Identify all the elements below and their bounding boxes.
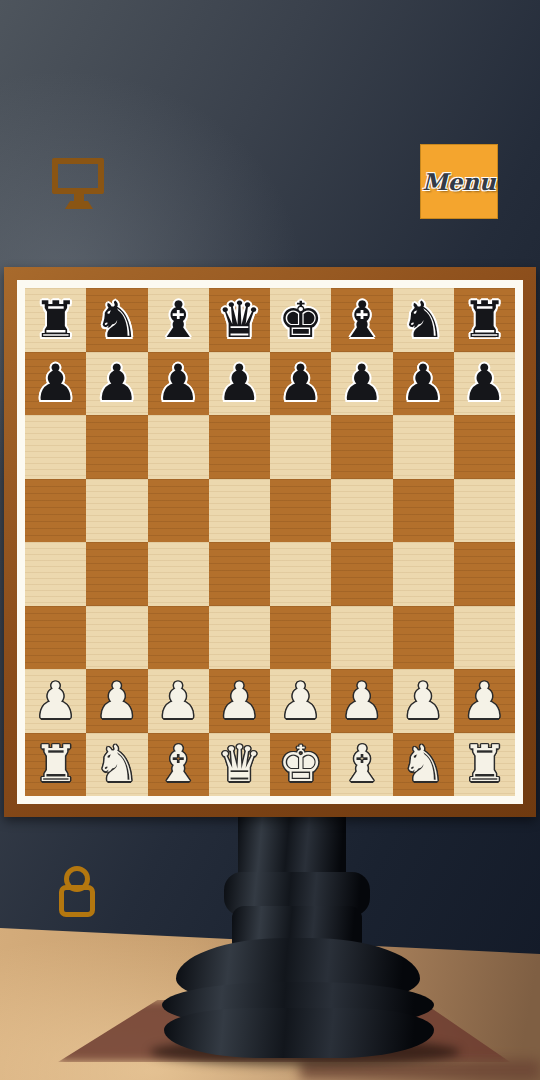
square-a6[interactable]	[25, 415, 86, 479]
black-bishop: ♝	[339, 295, 384, 345]
monitor-icon[interactable]	[52, 158, 106, 208]
square-c5[interactable]	[148, 479, 209, 543]
white-rook: ♜	[33, 739, 78, 789]
black-king: ♚	[278, 295, 323, 345]
black-knight: ♞	[401, 295, 446, 345]
lock-icon[interactable]	[57, 866, 97, 920]
square-c4[interactable]	[148, 542, 209, 606]
white-pawn: ♟	[278, 676, 323, 726]
square-c2[interactable]: ♟	[148, 669, 209, 733]
square-g3[interactable]	[393, 606, 454, 670]
square-g6[interactable]	[393, 415, 454, 479]
square-g5[interactable]	[393, 479, 454, 543]
square-e2[interactable]: ♟	[270, 669, 331, 733]
square-d8[interactable]: ♛	[209, 288, 270, 352]
square-b4[interactable]	[86, 542, 147, 606]
white-pawn: ♟	[94, 676, 139, 726]
square-b6[interactable]	[86, 415, 147, 479]
white-pawn: ♟	[156, 676, 201, 726]
white-queen: ♛	[217, 739, 262, 789]
square-a4[interactable]	[25, 542, 86, 606]
black-pawn: ♟	[33, 358, 78, 408]
square-e8[interactable]: ♚	[270, 288, 331, 352]
chess-board-frame: ♜♞♝♛♚♝♞♜♟♟♟♟♟♟♟♟♟♟♟♟♟♟♟♟♜♞♝♛♚♝♞♜	[4, 267, 536, 817]
lock-body-shape	[59, 885, 95, 917]
white-knight: ♞	[401, 739, 446, 789]
square-g1[interactable]: ♞	[393, 733, 454, 797]
black-pawn: ♟	[94, 358, 139, 408]
square-a2[interactable]: ♟	[25, 669, 86, 733]
square-h6[interactable]	[454, 415, 515, 479]
square-f6[interactable]	[331, 415, 392, 479]
square-g7[interactable]: ♟	[393, 352, 454, 416]
white-pawn: ♟	[462, 676, 507, 726]
square-h4[interactable]	[454, 542, 515, 606]
square-e7[interactable]: ♟	[270, 352, 331, 416]
white-bishop: ♝	[339, 739, 384, 789]
square-c1[interactable]: ♝	[148, 733, 209, 797]
square-d7[interactable]: ♟	[209, 352, 270, 416]
menu-button[interactable]: Menu	[420, 144, 498, 219]
square-h8[interactable]: ♜	[454, 288, 515, 352]
square-e6[interactable]	[270, 415, 331, 479]
square-b3[interactable]	[86, 606, 147, 670]
square-b2[interactable]: ♟	[86, 669, 147, 733]
square-a7[interactable]: ♟	[25, 352, 86, 416]
white-knight: ♞	[94, 739, 139, 789]
monitor-stand-neck	[74, 194, 84, 201]
black-knight: ♞	[94, 295, 139, 345]
square-h5[interactable]	[454, 479, 515, 543]
black-bishop: ♝	[156, 295, 201, 345]
square-g4[interactable]	[393, 542, 454, 606]
square-b1[interactable]: ♞	[86, 733, 147, 797]
square-d3[interactable]	[209, 606, 270, 670]
square-f3[interactable]	[331, 606, 392, 670]
square-h3[interactable]	[454, 606, 515, 670]
black-pawn: ♟	[339, 358, 384, 408]
square-c6[interactable]	[148, 415, 209, 479]
square-a5[interactable]	[25, 479, 86, 543]
chess-board[interactable]: ♜♞♝♛♚♝♞♜♟♟♟♟♟♟♟♟♟♟♟♟♟♟♟♟♜♞♝♛♚♝♞♜	[25, 288, 515, 796]
square-h2[interactable]: ♟	[454, 669, 515, 733]
square-e3[interactable]	[270, 606, 331, 670]
square-f8[interactable]: ♝	[331, 288, 392, 352]
square-g8[interactable]: ♞	[393, 288, 454, 352]
black-rook: ♜	[33, 295, 78, 345]
square-d5[interactable]	[209, 479, 270, 543]
square-d1[interactable]: ♛	[209, 733, 270, 797]
black-pawn: ♟	[401, 358, 446, 408]
square-h1[interactable]: ♜	[454, 733, 515, 797]
square-f2[interactable]: ♟	[331, 669, 392, 733]
square-g2[interactable]: ♟	[393, 669, 454, 733]
square-b5[interactable]	[86, 479, 147, 543]
chess-board-inner-border: ♜♞♝♛♚♝♞♜♟♟♟♟♟♟♟♟♟♟♟♟♟♟♟♟♜♞♝♛♚♝♞♜	[17, 280, 523, 804]
black-pawn: ♟	[156, 358, 201, 408]
square-f1[interactable]: ♝	[331, 733, 392, 797]
white-pawn: ♟	[401, 676, 446, 726]
square-c3[interactable]	[148, 606, 209, 670]
square-a3[interactable]	[25, 606, 86, 670]
white-pawn: ♟	[339, 676, 384, 726]
white-rook: ♜	[462, 739, 507, 789]
black-queen: ♛	[217, 295, 262, 345]
square-d2[interactable]: ♟	[209, 669, 270, 733]
black-rook: ♜	[462, 295, 507, 345]
square-c8[interactable]: ♝	[148, 288, 209, 352]
square-a1[interactable]: ♜	[25, 733, 86, 797]
white-pawn: ♟	[33, 676, 78, 726]
monitor-stand-base	[65, 201, 93, 209]
square-b8[interactable]: ♞	[86, 288, 147, 352]
monitor-screen-shape	[52, 158, 104, 194]
square-b7[interactable]: ♟	[86, 352, 147, 416]
black-pawn: ♟	[278, 358, 323, 408]
square-f4[interactable]	[331, 542, 392, 606]
square-f7[interactable]: ♟	[331, 352, 392, 416]
square-e1[interactable]: ♚	[270, 733, 331, 797]
app-screen: Menu ♜♞♝♛♚♝♞♜♟♟♟♟♟♟♟♟♟♟♟♟♟♟♟♟♜♞♝♛♚♝♞♜	[0, 0, 540, 1080]
square-d6[interactable]	[209, 415, 270, 479]
square-d4[interactable]	[209, 542, 270, 606]
square-e5[interactable]	[270, 479, 331, 543]
square-f5[interactable]	[331, 479, 392, 543]
background-chess-piece-base	[164, 1008, 434, 1058]
square-h7[interactable]: ♟	[454, 352, 515, 416]
black-pawn: ♟	[217, 358, 262, 408]
white-pawn: ♟	[217, 676, 262, 726]
square-c7[interactable]: ♟	[148, 352, 209, 416]
square-a8[interactable]: ♜	[25, 288, 86, 352]
white-bishop: ♝	[156, 739, 201, 789]
white-king: ♚	[278, 739, 323, 789]
square-e4[interactable]	[270, 542, 331, 606]
black-pawn: ♟	[462, 358, 507, 408]
